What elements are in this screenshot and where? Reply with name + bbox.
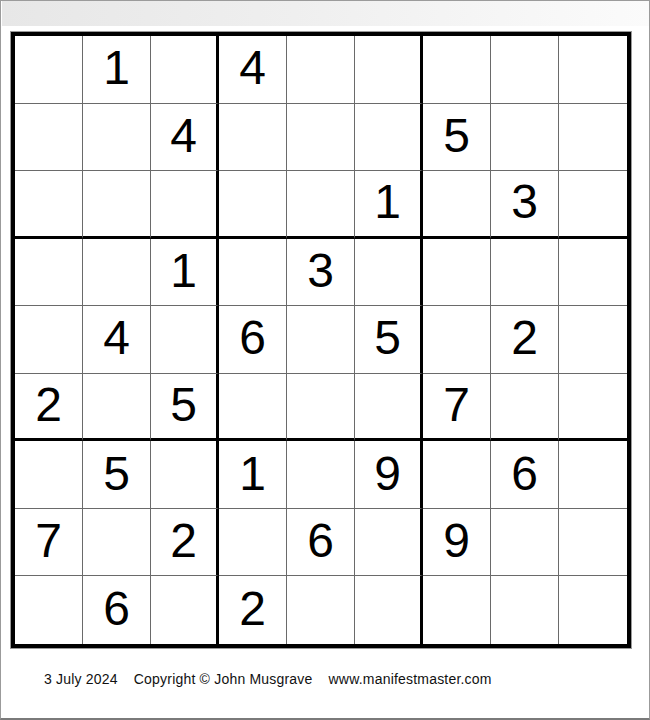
cell-r6c5	[287, 374, 355, 442]
cell-r3c4	[219, 171, 287, 239]
cell-r5c1	[15, 306, 83, 374]
cell-r6c2	[83, 374, 151, 442]
cell-r5c4: 6	[219, 306, 287, 374]
cell-r7c7	[423, 441, 491, 509]
cell-r1c5	[287, 36, 355, 104]
cell-r3c8: 3	[491, 171, 559, 239]
cell-r8c1: 7	[15, 509, 83, 577]
cell-r8c9	[559, 509, 627, 577]
cell-r1c2: 1	[83, 36, 151, 104]
cell-r1c9	[559, 36, 627, 104]
cell-r5c5	[287, 306, 355, 374]
cell-r7c3	[151, 441, 219, 509]
cell-r6c8	[491, 374, 559, 442]
cell-r4c8	[491, 239, 559, 307]
cell-r3c1	[15, 171, 83, 239]
cell-r9c7	[423, 576, 491, 644]
cell-r9c9	[559, 576, 627, 644]
cell-r8c5: 6	[287, 509, 355, 577]
cell-r7c4: 1	[219, 441, 287, 509]
cell-r8c2	[83, 509, 151, 577]
cell-r6c6	[355, 374, 423, 442]
cell-r4c1	[15, 239, 83, 307]
cell-r2c8	[491, 104, 559, 172]
cell-r3c2	[83, 171, 151, 239]
cell-r2c2	[83, 104, 151, 172]
cell-r3c3	[151, 171, 219, 239]
cell-r4c2	[83, 239, 151, 307]
cell-r1c4: 4	[219, 36, 287, 104]
sudoku-board: 1445131346522575196726962	[11, 32, 631, 648]
cell-r1c8	[491, 36, 559, 104]
cell-r9c1	[15, 576, 83, 644]
cell-r4c4	[219, 239, 287, 307]
cell-r2c5	[287, 104, 355, 172]
cell-r7c6: 9	[355, 441, 423, 509]
cell-r9c6	[355, 576, 423, 644]
cell-r9c2: 6	[83, 576, 151, 644]
cell-r6c1: 2	[15, 374, 83, 442]
cell-r5c3	[151, 306, 219, 374]
cell-r2c9	[559, 104, 627, 172]
cell-r2c3: 4	[151, 104, 219, 172]
date-text: 3 July 2024	[44, 671, 118, 687]
website-text: www.manifestmaster.com	[329, 671, 492, 687]
cell-r7c9	[559, 441, 627, 509]
cell-r9c4: 2	[219, 576, 287, 644]
cell-r2c4	[219, 104, 287, 172]
cell-r2c6	[355, 104, 423, 172]
footer: 3 July 2024 Copyright © John Musgrave ww…	[44, 671, 492, 687]
cell-r9c5	[287, 576, 355, 644]
cell-r1c6	[355, 36, 423, 104]
cell-r2c7: 5	[423, 104, 491, 172]
cell-r7c5	[287, 441, 355, 509]
cell-r8c8	[491, 509, 559, 577]
cell-r4c3: 1	[151, 239, 219, 307]
cell-r5c2: 4	[83, 306, 151, 374]
copyright-text: Copyright © John Musgrave	[134, 671, 313, 687]
cell-r2c1	[15, 104, 83, 172]
cell-r3c7	[423, 171, 491, 239]
cell-r1c1	[15, 36, 83, 104]
header-band	[2, 1, 650, 26]
cell-r5c7	[423, 306, 491, 374]
cell-r5c6: 5	[355, 306, 423, 374]
cell-r9c8	[491, 576, 559, 644]
cell-r3c5	[287, 171, 355, 239]
cell-r4c7	[423, 239, 491, 307]
cell-r9c3	[151, 576, 219, 644]
cell-r4c5: 3	[287, 239, 355, 307]
cell-r1c3	[151, 36, 219, 104]
cell-r7c2: 5	[83, 441, 151, 509]
cell-r4c6	[355, 239, 423, 307]
cell-r6c4	[219, 374, 287, 442]
cell-r8c4	[219, 509, 287, 577]
cell-r5c9	[559, 306, 627, 374]
cell-r3c6: 1	[355, 171, 423, 239]
cell-r8c7: 9	[423, 509, 491, 577]
cell-r7c8: 6	[491, 441, 559, 509]
cell-r5c8: 2	[491, 306, 559, 374]
cell-r4c9	[559, 239, 627, 307]
cell-r6c3: 5	[151, 374, 219, 442]
puzzle-page: 1445131346522575196726962 3 July 2024 Co…	[0, 0, 650, 720]
cell-r6c9	[559, 374, 627, 442]
cell-r7c1	[15, 441, 83, 509]
cell-r3c9	[559, 171, 627, 239]
cell-r6c7: 7	[423, 374, 491, 442]
cell-r8c3: 2	[151, 509, 219, 577]
cell-r8c6	[355, 509, 423, 577]
cell-r1c7	[423, 36, 491, 104]
